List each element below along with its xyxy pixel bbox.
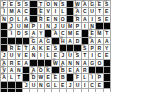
cell-letter: A: [68, 38, 72, 44]
cell-r6c9[interactable]: 30H: [60, 38, 67, 45]
cell-r8c15[interactable]: E: [104, 52, 111, 59]
clue-number: 4: [23, 1, 24, 4]
cell-letter: S: [17, 1, 20, 7]
cell-r11c3[interactable]: T: [16, 74, 23, 81]
cell-letter: W: [38, 74, 43, 80]
cell-r9c3[interactable]: E: [16, 60, 23, 67]
cell-letter: N: [68, 60, 72, 66]
cell-r13c8[interactable]: [52, 89, 59, 92]
clue-number: 28: [31, 38, 34, 41]
clue-number: 3: [16, 1, 17, 4]
cell-r12c4[interactable]: 54J: [23, 82, 30, 89]
cell-r7c15[interactable]: Y: [104, 45, 111, 52]
clue-number: 31: [89, 38, 92, 41]
cell-letter: R: [83, 67, 87, 73]
cell-letter: T: [83, 52, 86, 58]
cell-letter: E: [76, 30, 79, 36]
cell-r13c13[interactable]: [89, 89, 96, 92]
cell-r3c11[interactable]: 19R: [74, 16, 81, 23]
black-cell-r13c1: [1, 89, 8, 92]
cell-r1c13[interactable]: 11G: [89, 1, 96, 8]
black-cell-r4c1: [1, 23, 8, 30]
cell-r6c5[interactable]: 28G: [30, 38, 37, 45]
clue-number: 16: [75, 8, 78, 11]
cell-r11c14[interactable]: 53P: [96, 74, 103, 81]
cell-r11c6[interactable]: W: [38, 74, 45, 81]
cell-r11c1[interactable]: 48A: [1, 74, 8, 81]
clue-number: 54: [23, 82, 26, 85]
cell-r1c12[interactable]: 10A: [82, 1, 89, 8]
cell-letter: O: [10, 16, 14, 22]
cell-r6c13[interactable]: 31A: [89, 38, 96, 45]
clue-number: 21: [31, 23, 34, 26]
cell-r8c3[interactable]: V: [16, 52, 23, 59]
cell-letter: L: [54, 82, 57, 88]
cell-r12c10[interactable]: J: [67, 82, 74, 89]
cell-r3c8[interactable]: N: [52, 16, 59, 23]
clue-number: 37: [1, 52, 4, 55]
cell-letter: E: [46, 16, 49, 22]
cell-letter: N: [39, 82, 43, 88]
cell-r1c8[interactable]: 7N: [52, 1, 59, 8]
cell-letter: G: [90, 60, 94, 66]
cell-r7c12[interactable]: 36S: [82, 45, 89, 52]
cell-r2c14[interactable]: T: [96, 8, 103, 15]
cell-letter: A: [32, 45, 36, 51]
cell-r13c6[interactable]: [38, 89, 45, 92]
cell-letter: K: [39, 45, 43, 51]
clue-number: 9: [75, 1, 76, 4]
cell-letter: A: [39, 38, 43, 44]
cell-letter: P: [90, 45, 93, 51]
clue-number: 17: [1, 16, 4, 19]
clue-number: 25: [89, 30, 92, 33]
cell-letter: D: [76, 38, 80, 44]
cell-r7c8[interactable]: 35S: [52, 45, 59, 52]
clue-number: 52: [89, 74, 92, 77]
cell-letter: A: [61, 60, 65, 66]
cell-r11c11[interactable]: 51F: [74, 74, 81, 81]
cell-r5c15[interactable]: 27T: [104, 30, 111, 37]
cell-r4c12[interactable]: I: [82, 23, 89, 30]
cell-r2c8[interactable]: I: [52, 8, 59, 15]
black-cell-r6c1: [1, 38, 8, 45]
cell-r5c6[interactable]: Y: [38, 30, 45, 37]
clue-number: 19: [75, 16, 78, 19]
cell-r3c15[interactable]: E: [104, 16, 111, 23]
cell-letter: I: [40, 52, 41, 58]
cell-r8c6[interactable]: I: [38, 52, 45, 59]
cell-r9c2[interactable]: R: [8, 60, 15, 67]
cell-r9c13[interactable]: G: [89, 60, 96, 67]
cell-r6c15[interactable]: A: [104, 38, 111, 45]
clue-number: 8: [60, 1, 61, 4]
cell-letter: Y: [105, 45, 108, 51]
cell-letter: M: [9, 8, 13, 14]
cell-r12c9[interactable]: E: [60, 82, 67, 89]
cell-r13c9[interactable]: [60, 89, 67, 92]
cell-letter: E: [24, 52, 27, 58]
cell-letter: T: [98, 8, 101, 14]
cell-r4c4[interactable]: M: [23, 23, 30, 30]
cell-r4c6[interactable]: I: [38, 23, 45, 30]
cell-r13c11[interactable]: [74, 89, 81, 92]
clue-number: 27: [104, 30, 107, 33]
cell-r1c14[interactable]: 12E: [96, 1, 103, 8]
clue-number: 46: [45, 67, 48, 70]
cell-letter: S: [61, 1, 64, 7]
cell-letter: L: [17, 16, 20, 22]
cell-r2c7[interactable]: V: [45, 8, 52, 15]
cell-letter: A: [24, 60, 28, 66]
cell-r6c10[interactable]: A: [67, 38, 74, 45]
cell-r3c13[interactable]: I: [89, 16, 96, 23]
black-cell-r12c2: [8, 82, 15, 89]
cell-r5c3[interactable]: D: [16, 30, 23, 37]
cell-letter: U: [17, 23, 21, 29]
cell-letter: L: [10, 74, 13, 80]
cell-r3c1[interactable]: 17N: [1, 16, 8, 23]
cell-r10c10[interactable]: E: [67, 67, 74, 74]
clue-number: 26: [97, 30, 100, 33]
black-cell-r13c3: [16, 89, 23, 92]
cell-letter: Y: [39, 30, 42, 36]
cell-r1c2[interactable]: 2E: [8, 1, 15, 8]
cell-r8c7[interactable]: L: [45, 52, 52, 59]
cell-r13c12[interactable]: [82, 89, 89, 92]
black-cell-r1c5: [30, 1, 37, 8]
cell-r12c11[interactable]: U: [74, 82, 81, 89]
cell-r6c14[interactable]: A: [96, 38, 103, 45]
cell-letter: A: [24, 16, 28, 22]
cell-letter: C: [24, 8, 28, 14]
cell-r8c5[interactable]: N: [30, 52, 37, 59]
black-cell-r1c10: [67, 1, 74, 8]
clue-number: 41: [1, 60, 4, 63]
cell-r3c6[interactable]: 18R: [38, 16, 45, 23]
cell-r11c9[interactable]: B: [60, 74, 67, 81]
cell-r10c2[interactable]: A: [8, 67, 15, 74]
clue-number: 48: [1, 74, 4, 77]
cell-r5c4[interactable]: S: [23, 30, 30, 37]
clue-number: 39: [67, 52, 70, 55]
cell-r4c11[interactable]: P: [74, 23, 81, 30]
cell-r4c5[interactable]: 21P: [30, 23, 37, 30]
cell-r8c10[interactable]: 39U: [67, 52, 74, 59]
cell-letter: U: [61, 23, 65, 29]
cell-letter: I: [91, 52, 92, 58]
cell-r6c7[interactable]: 29G: [45, 38, 52, 45]
cell-letter: S: [98, 16, 101, 22]
cell-r11c13[interactable]: 52I: [89, 74, 96, 81]
cell-letter: O: [97, 60, 101, 66]
clue-number: 24: [53, 30, 56, 33]
black-cell-r11c15: [104, 74, 111, 81]
cell-r8c9[interactable]: 38J: [60, 52, 67, 59]
cell-letter: A: [17, 8, 21, 14]
cell-r4c7[interactable]: N: [45, 23, 52, 30]
clue-number: 15: [38, 8, 41, 11]
cell-r8c11[interactable]: 40S: [74, 52, 81, 59]
cell-r11c7[interactable]: E: [45, 74, 52, 81]
cell-r13c4[interactable]: [23, 89, 30, 92]
cell-letter: I: [84, 23, 85, 29]
black-cell-r13c2: [8, 89, 15, 92]
cell-letter: U: [10, 52, 14, 58]
black-cell-r12c15: [104, 82, 111, 89]
cell-r1c9[interactable]: 8S: [60, 1, 67, 8]
black-cell-r10c4: [23, 67, 30, 74]
cell-letter: O: [61, 16, 65, 22]
cell-letter: L: [83, 74, 86, 80]
cell-r9c12[interactable]: A: [82, 60, 89, 67]
cell-letter: B: [61, 74, 65, 80]
cell-r10c9[interactable]: 47B: [60, 67, 67, 74]
black-cell-r10c15: [104, 67, 111, 74]
cell-r7c7[interactable]: E: [45, 45, 52, 52]
cell-r2c9[interactable]: L: [60, 8, 67, 15]
clue-number: 30: [60, 38, 63, 41]
clue-number: 14: [1, 8, 4, 11]
cell-letter: M: [68, 30, 72, 36]
cell-letter: E: [105, 8, 108, 14]
black-cell-r2c5: [30, 8, 37, 15]
cell-letter: E: [10, 1, 13, 7]
clue-number: 6: [45, 1, 46, 4]
clue-number: 53: [97, 74, 100, 77]
clue-number: 33: [16, 45, 19, 48]
cell-r9c4[interactable]: A: [23, 60, 30, 67]
cell-r2c4[interactable]: C: [23, 8, 30, 15]
black-cell-r9c15: [104, 60, 111, 67]
cell-r3c7[interactable]: E: [45, 16, 52, 23]
cell-letter: E: [46, 45, 49, 51]
clue-number: 42: [53, 60, 56, 63]
cell-letter: A: [83, 60, 87, 66]
cell-r13c7[interactable]: [45, 89, 52, 92]
black-cell-r12c3: [16, 82, 23, 89]
cell-letter: E: [105, 52, 108, 58]
black-cell-r5c1: [1, 30, 8, 37]
cell-r3c4[interactable]: A: [23, 16, 30, 23]
cell-r8c14[interactable]: C: [96, 52, 103, 59]
clue-number: 13: [104, 1, 107, 4]
cell-r11c8[interactable]: 50E: [52, 74, 59, 81]
cell-r1c4[interactable]: 4S: [23, 1, 30, 8]
clue-number: 7: [53, 1, 54, 4]
cell-letter: E: [61, 82, 64, 88]
clue-number: 43: [1, 67, 4, 70]
black-cell-r5c12: [82, 30, 89, 37]
cell-letter: L: [47, 52, 50, 58]
cell-r8c13[interactable]: I: [89, 52, 96, 59]
clue-number: 22: [67, 23, 70, 26]
cell-letter: A: [98, 38, 102, 44]
cell-letter: T: [17, 74, 20, 80]
cell-letter: A: [83, 16, 87, 22]
cell-letter: P: [76, 23, 79, 29]
cell-r2c13[interactable]: U: [89, 8, 96, 15]
cell-r11c5[interactable]: 49D: [30, 74, 37, 81]
cell-r9c14[interactable]: O: [96, 60, 103, 67]
cell-r7c3[interactable]: 33E: [16, 45, 23, 52]
cell-r3c14[interactable]: S: [96, 16, 103, 23]
cell-r6c6[interactable]: A: [38, 38, 45, 45]
cell-r7c2[interactable]: 32R: [8, 45, 15, 52]
clue-number: 32: [9, 45, 12, 48]
cell-letter: S: [24, 30, 27, 36]
cell-r10c6[interactable]: 45O: [38, 67, 45, 74]
cell-r2c15[interactable]: E: [104, 8, 111, 15]
cell-r12c12[interactable]: I: [82, 82, 89, 89]
cell-letter: N: [54, 16, 58, 22]
cell-r6c11[interactable]: D: [74, 38, 81, 45]
cell-r3c12[interactable]: A: [82, 16, 89, 23]
cell-letter: D: [17, 30, 21, 36]
cell-r5c2[interactable]: 23I: [8, 30, 15, 37]
cell-r12c7[interactable]: G: [45, 82, 52, 89]
clue-number: 20: [9, 23, 12, 26]
cell-letter: C: [61, 30, 65, 36]
cell-r4c10[interactable]: 22M: [67, 23, 74, 30]
cell-letter: E: [17, 60, 20, 66]
cell-r1c3[interactable]: 3S: [16, 1, 23, 8]
cell-letter: A: [10, 67, 14, 73]
clue-number: 5: [38, 1, 39, 4]
cell-letter: R: [10, 60, 14, 66]
cell-letter: G: [46, 82, 50, 88]
cell-letter: J: [69, 82, 72, 88]
cell-letter: E: [98, 82, 101, 88]
cell-r12c8[interactable]: L: [52, 82, 59, 89]
clue-number: 1: [1, 1, 2, 4]
cell-r7c4[interactable]: 34T: [23, 45, 30, 52]
cell-letter: E: [105, 16, 108, 22]
clue-number: 35: [53, 45, 56, 48]
cell-letter: N: [32, 52, 36, 58]
cell-letter: C: [98, 52, 102, 58]
cell-r12c14[interactable]: E: [96, 82, 103, 89]
clue-number: 50: [53, 74, 56, 77]
cell-r3c9[interactable]: O: [60, 16, 67, 23]
cell-letter: A: [32, 30, 36, 36]
cell-r5c11[interactable]: E: [74, 30, 81, 37]
cell-letter: U: [76, 82, 80, 88]
cell-r12c13[interactable]: C: [89, 82, 96, 89]
cell-letter: N: [46, 23, 50, 29]
cell-letter: E: [54, 52, 57, 58]
cell-r5c8[interactable]: 24A: [52, 30, 59, 37]
clue-number: 11: [89, 1, 92, 4]
cell-r1c7[interactable]: 6O: [45, 1, 52, 8]
crossword-grid: 1F2E3S4S5T6O7N8S9W10A11G12E13S14IMAC15EV…: [0, 0, 111, 92]
cell-r8c2[interactable]: U: [8, 52, 15, 59]
black-cell-r2c10: [67, 8, 74, 15]
clue-number: 34: [23, 45, 26, 48]
cell-r10c3[interactable]: N: [16, 67, 23, 74]
cell-r4c3[interactable]: U: [16, 23, 23, 30]
cell-r9c8[interactable]: 42W: [52, 60, 59, 67]
clue-number: 49: [31, 74, 34, 77]
cell-r1c15[interactable]: 13S: [104, 1, 111, 8]
clue-number: 2: [9, 1, 10, 4]
cell-r3c3[interactable]: L: [16, 16, 23, 23]
cell-r13c10[interactable]: [67, 89, 74, 92]
clue-number: 47: [60, 67, 63, 70]
cell-letter: C: [90, 82, 94, 88]
cell-letter: V: [46, 8, 49, 14]
cell-letter: N: [17, 67, 21, 73]
cell-letter: E: [46, 74, 49, 80]
cell-r12c5[interactable]: U: [30, 82, 37, 89]
clue-number: 51: [75, 74, 78, 77]
cell-letter: R: [98, 45, 102, 51]
cell-r5c14[interactable]: 26M: [96, 30, 103, 37]
cell-letter: I: [40, 23, 41, 29]
cell-letter: N: [76, 60, 80, 66]
cell-r10c7[interactable]: 46K: [45, 67, 52, 74]
cell-r7c14[interactable]: R: [96, 45, 103, 52]
cell-letter: A: [105, 38, 109, 44]
cell-letter: M: [24, 23, 28, 29]
black-cell-r11c10: [67, 74, 74, 81]
cell-r8c4[interactable]: E: [23, 52, 30, 59]
cell-r4c9[interactable]: U: [60, 23, 67, 30]
cell-r2c3[interactable]: A: [16, 8, 23, 15]
clue-number: 36: [82, 45, 85, 48]
cell-letter: V: [17, 52, 20, 58]
clue-number: 18: [38, 16, 41, 19]
cell-letter: U: [32, 82, 36, 88]
clue-number: 45: [38, 67, 41, 70]
cell-r13c15[interactable]: [104, 89, 111, 92]
clue-number: 23: [9, 30, 12, 33]
cell-r11c12[interactable]: L: [82, 74, 89, 81]
cell-letter: E: [68, 67, 71, 73]
cell-letter: C: [83, 8, 87, 14]
cell-r13c5[interactable]: [30, 89, 37, 92]
black-cell-r12c1: [1, 82, 8, 89]
cell-r9c10[interactable]: N: [67, 60, 74, 67]
cell-letter: U: [90, 8, 94, 14]
cell-letter: I: [91, 16, 92, 22]
cell-r13c14[interactable]: [96, 89, 103, 92]
cell-letter: I: [84, 82, 85, 88]
cell-r8c12[interactable]: T: [82, 52, 89, 59]
cell-r10c12[interactable]: R: [82, 67, 89, 74]
cell-r7c13[interactable]: P: [89, 45, 96, 52]
clue-number: 12: [97, 1, 100, 4]
cell-r5c10[interactable]: M: [67, 30, 74, 37]
cell-letter: N: [54, 1, 58, 7]
clue-number: 10: [82, 1, 85, 4]
cell-r9c11[interactable]: N: [74, 60, 81, 67]
clue-number: 29: [45, 38, 48, 41]
cell-r12c6[interactable]: N: [38, 82, 45, 89]
cell-r11c2[interactable]: L: [8, 74, 15, 81]
clue-number: 38: [60, 52, 63, 55]
cell-letter: L: [61, 8, 64, 14]
cell-r7c6[interactable]: K: [38, 45, 45, 52]
clue-number: 44: [31, 67, 34, 70]
cell-letter: I: [55, 8, 56, 14]
cell-r2c2[interactable]: M: [8, 8, 15, 15]
clue-number: 40: [75, 52, 78, 55]
cell-r7c5[interactable]: A: [30, 45, 37, 52]
cell-r2c12[interactable]: C: [82, 8, 89, 15]
